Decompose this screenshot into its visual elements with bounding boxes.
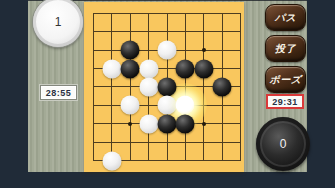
pass-button-label: パス bbox=[275, 11, 296, 25]
resign-button[interactable]: 投了 bbox=[265, 35, 306, 62]
stone-white bbox=[139, 78, 158, 97]
stone-black bbox=[121, 41, 140, 60]
stone-black bbox=[121, 59, 140, 78]
stone-white bbox=[102, 59, 121, 78]
resign-button-label: 投了 bbox=[275, 42, 296, 56]
star-point bbox=[202, 48, 206, 52]
right-clock-time: 29:31 bbox=[272, 97, 298, 107]
stone-white bbox=[102, 151, 121, 170]
black-captures-count: 0 bbox=[280, 137, 287, 151]
white-captures-count: 1 bbox=[55, 15, 62, 29]
right-clock-active: 29:31 bbox=[266, 94, 304, 109]
pause-button-label: ポーズ bbox=[270, 73, 302, 87]
stone-white bbox=[139, 59, 158, 78]
stone-white bbox=[176, 96, 195, 115]
stone-white bbox=[121, 96, 140, 115]
star-point bbox=[128, 122, 132, 126]
black-captures-bowl: 0 bbox=[256, 117, 310, 171]
stone-black bbox=[158, 114, 177, 133]
stone-white bbox=[158, 41, 177, 60]
stone-black bbox=[176, 59, 195, 78]
stone-white bbox=[158, 96, 177, 115]
stone-black bbox=[176, 114, 195, 133]
stone-black bbox=[194, 59, 213, 78]
pass-button[interactable]: パス bbox=[265, 4, 306, 31]
go-app-screen: 1 28:55 パス 投了 ポーズ 29:31 0 bbox=[0, 0, 335, 188]
pause-button[interactable]: ポーズ bbox=[265, 66, 306, 93]
stone-black bbox=[158, 78, 177, 97]
stone-black bbox=[213, 78, 232, 97]
left-clock-time: 28:55 bbox=[46, 88, 72, 98]
left-clock: 28:55 bbox=[40, 85, 77, 100]
stone-white bbox=[139, 114, 158, 133]
star-point bbox=[202, 122, 206, 126]
go-board[interactable] bbox=[84, 2, 244, 172]
